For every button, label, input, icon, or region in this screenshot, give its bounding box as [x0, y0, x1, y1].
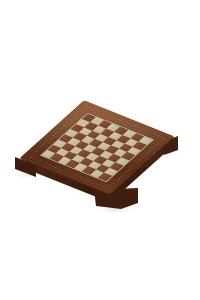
chess-board — [19, 100, 175, 195]
scene — [0, 0, 200, 300]
board-grid — [42, 114, 153, 181]
